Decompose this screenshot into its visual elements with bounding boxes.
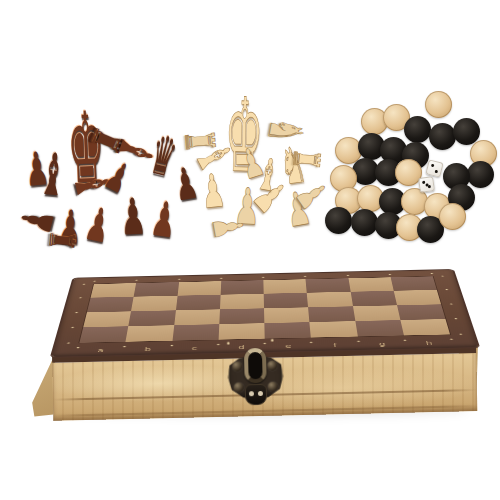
border-pin (441, 275, 444, 276)
product-photo-scene: ♚♟♝♜♝♛♝♟♟♟♟♟♟♜♟ ♚♞♞♜♝♟♟♟♟♟♜♟♝♟ abcdefgh (0, 0, 500, 500)
border-pin (170, 345, 173, 347)
border-pin (71, 327, 74, 328)
board-square (126, 325, 174, 342)
board-square (134, 282, 179, 297)
file-label-f: f (333, 342, 337, 347)
rim-screw (271, 339, 274, 342)
border-pin (445, 289, 448, 290)
border-pin (79, 297, 82, 298)
chess-board-grid (79, 276, 450, 343)
border-pin (123, 346, 126, 348)
board-square (263, 279, 307, 294)
border-pin (430, 273, 433, 274)
file-label-b: b (144, 347, 151, 353)
board-square (350, 291, 397, 306)
board-square (131, 296, 177, 311)
board-square (394, 290, 441, 305)
board-square (400, 319, 450, 336)
border-pin (459, 333, 462, 335)
board-square (264, 307, 310, 323)
board-square (91, 283, 137, 298)
border-pin (450, 303, 453, 304)
board-square (308, 306, 355, 322)
border-pin (388, 274, 391, 275)
clasp-hasp-loop (244, 348, 267, 383)
border-pin (135, 280, 138, 281)
board-square (218, 323, 264, 340)
clasp (227, 344, 284, 407)
board-square (220, 294, 264, 309)
file-label-e: e (285, 343, 291, 349)
board-square (264, 322, 311, 339)
board-square (353, 305, 401, 321)
board-square (83, 311, 131, 327)
board-top-perspective: abcdefgh (48, 172, 478, 357)
clasp-swing-latch (245, 384, 267, 405)
board-square (390, 276, 436, 291)
file-label-c: c (192, 346, 198, 352)
border-pin (178, 279, 181, 280)
board-square (174, 309, 220, 325)
board-square (177, 281, 221, 296)
board-square (176, 295, 221, 310)
border-pin (357, 341, 360, 343)
border-pin (220, 278, 223, 279)
border-pin (310, 342, 313, 344)
board-square (306, 278, 351, 293)
border-pin (83, 284, 86, 285)
rim-screw (227, 342, 230, 345)
board-square (79, 326, 128, 343)
border-pin (454, 318, 457, 319)
border-pin (304, 276, 307, 277)
board-square (307, 292, 353, 307)
border-pin (75, 312, 78, 313)
border-pin (67, 342, 70, 344)
board-square (172, 324, 219, 341)
file-label-g: g (378, 341, 385, 347)
chess-board-box: abcdefgh (0, 0, 500, 500)
board-square (219, 308, 264, 324)
border-pin (217, 344, 220, 346)
board-square (397, 304, 446, 320)
board-square (355, 320, 404, 337)
border-pin (262, 277, 265, 278)
board-top-face: abcdefgh (52, 270, 478, 357)
board-square (129, 310, 176, 326)
board-square (348, 277, 393, 292)
border-pin (450, 338, 453, 340)
file-label-h: h (425, 340, 433, 346)
board-square (220, 280, 263, 295)
border-pin (403, 340, 406, 342)
border-pin (346, 275, 349, 276)
border-pin (76, 347, 79, 349)
board-square (87, 297, 134, 312)
border-pin (93, 281, 96, 282)
board-square (310, 321, 358, 338)
file-label-a: a (97, 348, 104, 354)
board-square (264, 293, 309, 308)
